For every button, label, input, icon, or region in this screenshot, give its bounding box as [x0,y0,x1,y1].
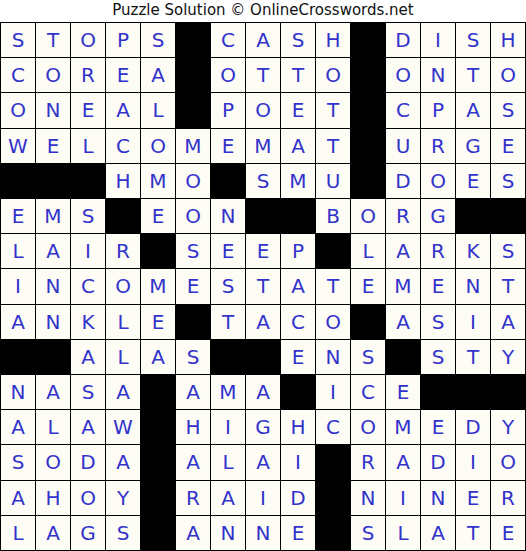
letter-cell: W [1,129,35,163]
letter-cell: M [141,269,175,303]
letter-cell: E [106,58,140,92]
letter-cell: A [176,375,210,409]
letter-cell: L [351,234,385,268]
letter-cell: L [1,234,35,268]
letter-cell: S [491,93,525,127]
black-cell [351,93,385,127]
letter-cell: S [141,23,175,57]
letter-cell: H [106,164,140,198]
letter-cell: N [1,375,35,409]
letter-cell: S [1,23,35,57]
letter-cell: T [456,516,490,550]
black-cell [351,129,385,163]
letter-cell: A [36,516,70,550]
letter-cell: A [36,234,70,268]
black-cell [141,516,175,550]
letter-cell: H [36,481,70,515]
letter-cell: W [106,410,140,444]
letter-cell: N [246,516,280,550]
crossword-grid: STOPSCASHDISHCOREAOTTOONTOONEALPOETCPASW… [0,22,526,551]
letter-cell: M [281,164,315,198]
black-cell [176,23,210,57]
letter-cell: T [456,340,490,374]
letter-cell: S [491,234,525,268]
letter-cell: O [1,93,35,127]
letter-cell: O [71,481,105,515]
letter-cell: A [491,305,525,339]
letter-cell: E [491,129,525,163]
letter-cell: N [211,199,245,233]
letter-cell: Y [491,410,525,444]
letter-cell: N [421,481,455,515]
letter-cell: O [246,93,280,127]
letter-cell: S [351,340,385,374]
letter-cell: A [176,445,210,479]
letter-cell: L [1,516,35,550]
letter-cell: A [421,516,455,550]
letter-cell: C [386,93,420,127]
letter-cell: E [386,375,420,409]
letter-cell: M [141,164,175,198]
letter-cell: N [36,93,70,127]
letter-cell: R [351,445,385,479]
letter-cell: E [491,516,525,550]
black-cell [456,375,490,409]
letter-cell: S [421,305,455,339]
letter-cell: T [316,269,350,303]
letter-cell: D [386,23,420,57]
black-cell [141,445,175,479]
letter-cell: O [106,269,140,303]
black-cell [71,164,105,198]
letter-cell: O [351,410,385,444]
letter-cell: T [316,129,350,163]
letter-cell: D [421,445,455,479]
letter-cell: R [176,481,210,515]
letter-cell: O [386,58,420,92]
letter-cell: N [36,269,70,303]
letter-cell: N [421,58,455,92]
letter-cell: U [316,164,350,198]
letter-cell: T [491,269,525,303]
letter-cell: I [316,375,350,409]
black-cell [491,375,525,409]
letter-cell: S [106,516,140,550]
letter-cell: P [421,93,455,127]
letter-cell: M [211,375,245,409]
letter-cell: S [281,23,315,57]
black-cell [491,199,525,233]
black-cell [281,375,315,409]
letter-cell: I [386,481,420,515]
black-cell [176,305,210,339]
letter-cell: E [281,516,315,550]
letter-cell: O [36,445,70,479]
letter-cell: O [141,129,175,163]
letter-cell: O [491,445,525,479]
letter-cell: C [1,58,35,92]
black-cell [316,234,350,268]
black-cell [36,164,70,198]
letter-cell: A [106,445,140,479]
letter-cell: S [211,269,245,303]
letter-cell: A [176,516,210,550]
letter-cell: E [36,129,70,163]
letter-cell: O [351,199,385,233]
letter-cell: R [491,481,525,515]
black-cell [141,234,175,268]
letter-cell: R [421,129,455,163]
letter-cell: P [106,23,140,57]
letter-cell: H [281,410,315,444]
letter-cell: N [211,516,245,550]
letter-cell: A [281,269,315,303]
letter-cell: G [456,129,490,163]
black-cell [351,58,385,92]
letter-cell: S [351,516,385,550]
letter-cell: S [176,234,210,268]
letter-cell: A [246,375,280,409]
letter-cell: L [141,93,175,127]
letter-cell: A [386,305,420,339]
letter-cell: S [176,340,210,374]
black-cell [281,199,315,233]
letter-cell: S [456,23,490,57]
letter-cell: G [246,410,280,444]
black-cell [421,375,455,409]
letter-cell: A [1,305,35,339]
black-cell [351,23,385,57]
letter-cell: O [421,164,455,198]
letter-cell: U [386,129,420,163]
letter-cell: G [71,516,105,550]
letter-cell: P [281,234,315,268]
black-cell [316,516,350,550]
black-cell [386,340,420,374]
letter-cell: M [176,129,210,163]
letter-cell: A [281,129,315,163]
letter-cell: A [36,375,70,409]
letter-cell: E [1,199,35,233]
letter-cell: S [71,199,105,233]
letter-cell: E [141,199,175,233]
letter-cell: C [106,129,140,163]
letter-cell: S [246,164,280,198]
letter-cell: N [316,340,350,374]
black-cell [141,410,175,444]
letter-cell: E [71,93,105,127]
letter-cell: A [386,445,420,479]
letter-cell: I [456,445,490,479]
letter-cell: A [71,410,105,444]
letter-cell: T [211,305,245,339]
letter-cell: M [246,129,280,163]
black-cell [246,340,280,374]
black-cell [211,340,245,374]
letter-cell: I [211,410,245,444]
letter-cell: A [246,445,280,479]
black-cell [1,164,35,198]
letter-cell: E [456,481,490,515]
letter-cell: A [141,58,175,92]
letter-cell: H [176,410,210,444]
letter-cell: S [491,164,525,198]
letter-cell: A [246,23,280,57]
letter-cell: M [386,410,420,444]
letter-cell: R [71,58,105,92]
black-cell [211,164,245,198]
letter-cell: I [281,445,315,479]
letter-cell: M [386,269,420,303]
letter-cell: L [106,305,140,339]
letter-cell: E [176,269,210,303]
letter-cell: D [386,164,420,198]
letter-cell: A [211,481,245,515]
letter-cell: N [36,305,70,339]
letter-cell: C [281,305,315,339]
black-cell [316,481,350,515]
letter-cell: E [421,269,455,303]
letter-cell: E [421,410,455,444]
letter-cell: O [176,164,210,198]
black-cell [351,164,385,198]
letter-cell: O [176,199,210,233]
black-cell [141,481,175,515]
letter-cell: O [211,58,245,92]
letter-cell: L [211,445,245,479]
letter-cell: T [316,93,350,127]
letter-cell: I [421,23,455,57]
letter-cell: R [386,199,420,233]
letter-cell: E [211,234,245,268]
letter-cell: D [71,445,105,479]
letter-cell: N [456,269,490,303]
letter-cell: A [246,305,280,339]
letter-cell: O [36,58,70,92]
letter-cell: S [421,340,455,374]
letter-cell: S [71,375,105,409]
letter-cell: O [491,58,525,92]
letter-cell: A [1,481,35,515]
letter-cell: I [71,234,105,268]
letter-cell: M [36,199,70,233]
letter-cell: L [36,410,70,444]
letter-cell: Y [106,481,140,515]
letter-cell: R [106,234,140,268]
letter-cell: B [316,199,350,233]
letter-cell: T [36,23,70,57]
letter-cell: T [281,58,315,92]
letter-cell: E [456,164,490,198]
letter-cell: O [316,58,350,92]
letter-cell: C [211,23,245,57]
letter-cell: L [386,516,420,550]
letter-cell: K [71,305,105,339]
letter-cell: I [456,305,490,339]
letter-cell: C [316,410,350,444]
letter-cell: T [246,269,280,303]
letter-cell: H [316,23,350,57]
letter-cell: T [456,58,490,92]
letter-cell: G [421,199,455,233]
black-cell [456,199,490,233]
letter-cell: C [351,375,385,409]
letter-cell: Y [491,340,525,374]
letter-cell: K [456,234,490,268]
letter-cell: O [316,305,350,339]
black-cell [36,340,70,374]
letter-cell: O [71,23,105,57]
letter-cell: N [351,481,385,515]
letter-cell: C [71,269,105,303]
letter-cell: H [491,23,525,57]
letter-cell: E [281,340,315,374]
letter-cell: E [351,269,385,303]
letter-cell: L [71,129,105,163]
letter-cell: A [106,375,140,409]
letter-cell: R [421,234,455,268]
black-cell [1,340,35,374]
letter-cell: A [386,234,420,268]
black-cell [176,93,210,127]
page-title: Puzzle Solution © OnlineCrosswords.net [0,0,526,22]
letter-cell: A [106,93,140,127]
letter-cell: D [281,481,315,515]
letter-cell: A [141,340,175,374]
letter-cell: L [106,340,140,374]
letter-cell: T [246,58,280,92]
black-cell [246,199,280,233]
puzzle-solution-page: Puzzle Solution © OnlineCrosswords.net S… [0,0,526,551]
black-cell [141,375,175,409]
letter-cell: S [1,445,35,479]
letter-cell: I [246,481,280,515]
letter-cell: D [456,410,490,444]
letter-cell: A [456,93,490,127]
letter-cell: P [211,93,245,127]
letter-cell: A [71,340,105,374]
letter-cell: E [246,234,280,268]
black-cell [106,199,140,233]
black-cell [351,305,385,339]
letter-cell: E [141,305,175,339]
letter-cell: E [211,129,245,163]
black-cell [176,58,210,92]
letter-cell: A [1,410,35,444]
letter-cell: I [1,269,35,303]
letter-cell: E [281,93,315,127]
black-cell [316,445,350,479]
